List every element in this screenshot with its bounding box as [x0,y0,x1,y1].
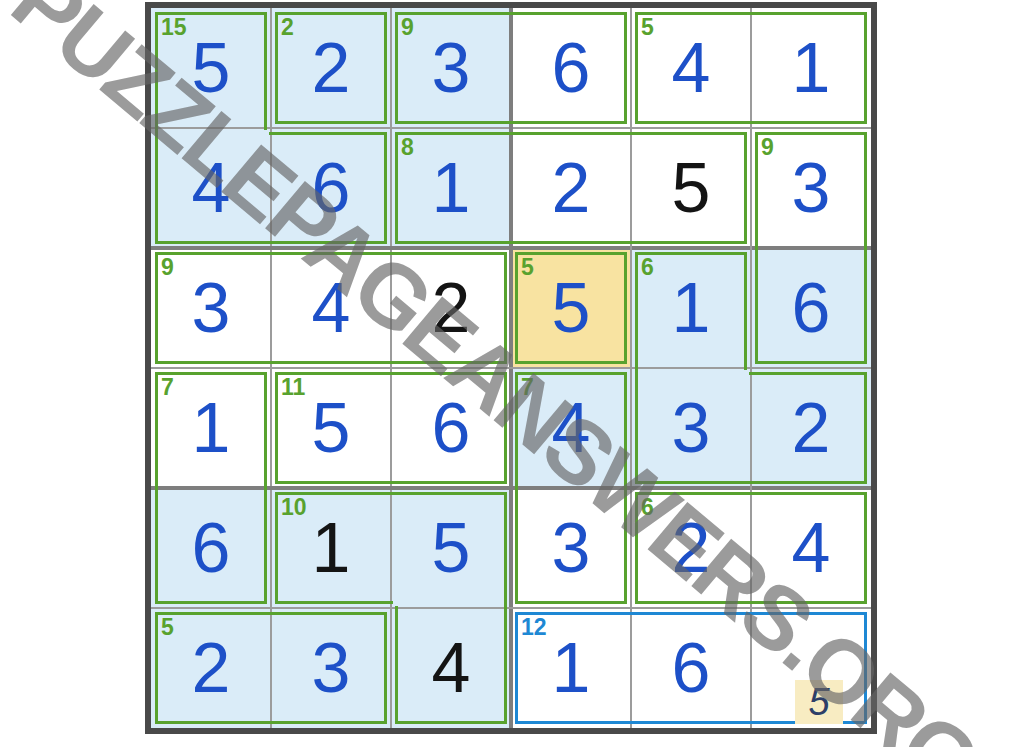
cell-r2c2[interactable]: 6 [271,128,391,248]
cage-sum-label-6-value-9: 9 [161,256,174,279]
given-digit-r6c3: 4 [391,608,511,728]
solved-digit-r4c3: 6 [391,368,511,488]
cell-r4c6[interactable]: 2 [751,368,871,488]
cell-r5c3[interactable]: 5 [391,488,511,608]
pencil-mark-value: 5 [808,683,829,721]
cage-sum-label-11-value-7: 7 [521,376,534,399]
cell-r3c3[interactable]: 2 [391,248,511,368]
cell-r5c4[interactable]: 3 [511,488,631,608]
cage-sum-label-2-value-9: 9 [401,16,414,39]
solved-digit-r2c2: 6 [271,128,391,248]
cage-sum-label-4-value-8: 8 [401,136,414,159]
cage-sum-label-7-value-5: 5 [521,256,534,279]
solved-digit-r6c5: 6 [631,608,751,728]
cell-r3c2[interactable]: 4 [271,248,391,368]
cage-sum-label-8-value-6: 6 [641,256,654,279]
solved-digit-r5c3: 5 [391,488,511,608]
cell-r1c4[interactable]: 6 [511,8,631,128]
pencil-mark-r6c6[interactable]: 5 [795,680,843,724]
cell-r4c5[interactable]: 3 [631,368,751,488]
cage-sum-label-15-value-12: 12 [521,616,547,639]
board: 5236414612533425161564326153242341615295… [145,2,877,734]
cell-r5c6[interactable]: 4 [751,488,871,608]
cage-sum-label-0-value-15: 15 [161,16,187,39]
solved-digit-r5c6: 4 [751,488,871,608]
cell-r6c2[interactable]: 3 [271,608,391,728]
cell-r5c1[interactable]: 6 [151,488,271,608]
given-digit-r2c5: 5 [631,128,751,248]
cage-sum-label-13-value-6: 6 [641,496,654,519]
cage-sum-label-1-value-2: 2 [281,16,294,39]
cage-sum-label-3-value-5: 5 [641,16,654,39]
solved-digit-r6c2: 3 [271,608,391,728]
cell-r6c3[interactable]: 4 [391,608,511,728]
solved-digit-r5c4: 3 [511,488,631,608]
solved-digit-r1c4: 6 [511,8,631,128]
cage-sum-label-14-value-5: 5 [161,616,174,639]
cell-r2c1[interactable]: 4 [151,128,271,248]
cage-sum-label-12-value-10: 10 [281,496,307,519]
solved-digit-r3c6: 6 [751,248,871,368]
solved-digit-r2c4: 2 [511,128,631,248]
cell-r1c6[interactable]: 1 [751,8,871,128]
solved-digit-r2c1: 4 [151,128,271,248]
cage-sum-label-5-value-9: 9 [761,136,774,159]
given-digit-r3c3: 2 [391,248,511,368]
solved-digit-r3c2: 4 [271,248,391,368]
cell-r6c5[interactable]: 6 [631,608,751,728]
solved-digit-r4c6: 2 [751,368,871,488]
solved-digit-r5c1: 6 [151,488,271,608]
cage-sum-label-10-value-11: 11 [281,376,305,399]
cell-r2c4[interactable]: 2 [511,128,631,248]
cell-r4c3[interactable]: 6 [391,368,511,488]
solved-digit-r4c5: 3 [631,368,751,488]
cell-r3c6[interactable]: 6 [751,248,871,368]
solved-digit-r1c6: 1 [751,8,871,128]
killer-sudoku-page: 5236414612533425161564326153242341615295… [0,0,1024,747]
cell-r2c5[interactable]: 5 [631,128,751,248]
cage-sum-label-9-value-7: 7 [161,376,174,399]
